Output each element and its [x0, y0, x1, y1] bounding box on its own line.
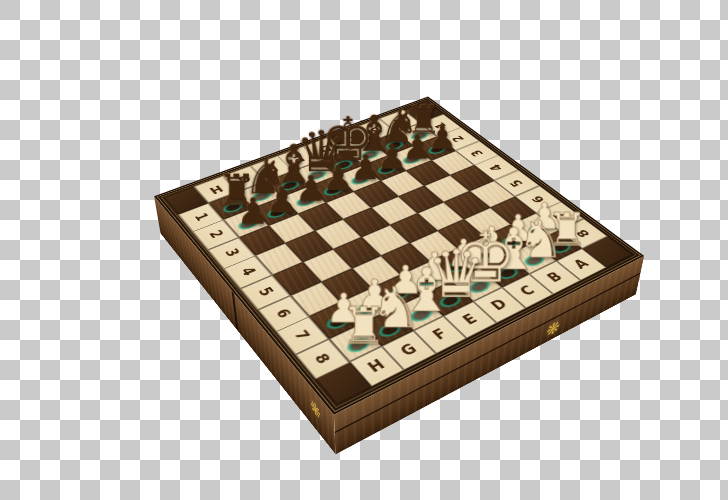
- piece-dark-pawn-H2: ♟: [223, 208, 269, 237]
- png-transparency-background: ❋ ❋ HGFEDCBA1122334455667788HGFEDCBA ♜♞♝…: [0, 0, 728, 500]
- piece-layer: ♜♞♝♛♚♝♞♜♟♟♟♟♟♟♟♟♟♟♟♟♟♟♟♟♜♞♝♛♚♝♞♜: [164, 101, 632, 404]
- brass-clasp-icon: ❋: [545, 317, 561, 339]
- chess-box: ❋ ❋ HGFEDCBA1122334455667788HGFEDCBA ♜♞♝…: [154, 96, 644, 414]
- light-rook-glyph: ♜: [314, 301, 413, 352]
- chess-set-photo: ❋ ❋ HGFEDCBA1122334455667788HGFEDCBA ♜♞♝…: [0, 0, 728, 500]
- dark-pawn-glyph: ♟: [209, 194, 295, 230]
- piece-light-rook-H8: ♜: [329, 324, 382, 363]
- board-top-face: HGFEDCBA1122334455667788HGFEDCBA ♜♞♝♛♚♝♞…: [154, 96, 644, 414]
